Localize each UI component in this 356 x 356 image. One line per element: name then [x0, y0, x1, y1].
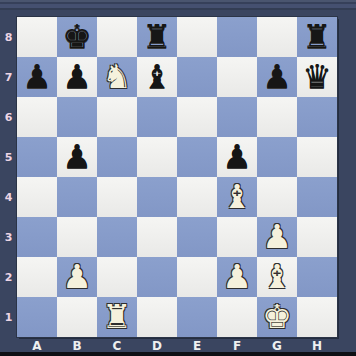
- square-c8[interactable]: [97, 17, 137, 57]
- piece-black-king: ♚: [62, 17, 92, 57]
- square-g2[interactable]: ♝: [257, 257, 297, 297]
- square-d6[interactable]: [137, 97, 177, 137]
- square-d5[interactable]: [137, 137, 177, 177]
- square-c3[interactable]: [97, 217, 137, 257]
- file-label-c: C: [97, 338, 137, 353]
- square-f4[interactable]: ♝: [217, 177, 257, 217]
- square-f6[interactable]: [217, 97, 257, 137]
- square-c6[interactable]: [97, 97, 137, 137]
- square-f8[interactable]: [217, 17, 257, 57]
- square-h2[interactable]: [297, 257, 337, 297]
- square-d3[interactable]: [137, 217, 177, 257]
- square-d1[interactable]: [137, 297, 177, 337]
- file-label-b: B: [57, 338, 97, 353]
- piece-black-pawn: ♟: [62, 57, 92, 97]
- square-a3[interactable]: [17, 217, 57, 257]
- top-bevel-strip: [0, 0, 356, 10]
- rank-label-4: 4: [0, 177, 17, 217]
- square-b5[interactable]: ♟: [57, 137, 97, 177]
- square-c7[interactable]: ♞: [97, 57, 137, 97]
- piece-black-pawn: ♟: [22, 57, 52, 97]
- file-label-e: E: [177, 338, 217, 353]
- piece-white-pawn: ♟: [62, 257, 92, 297]
- square-a4[interactable]: [17, 177, 57, 217]
- square-f3[interactable]: [217, 217, 257, 257]
- board: ♚♜♜♟♟♞♝♟♛♟♟♝♟♟♟♝♜♚: [17, 17, 337, 337]
- square-e2[interactable]: [177, 257, 217, 297]
- square-d7[interactable]: ♝: [137, 57, 177, 97]
- square-b6[interactable]: [57, 97, 97, 137]
- square-h5[interactable]: [297, 137, 337, 177]
- square-e3[interactable]: [177, 217, 217, 257]
- square-h7[interactable]: ♛: [297, 57, 337, 97]
- square-h3[interactable]: [297, 217, 337, 257]
- bottom-edge-strip: [0, 352, 356, 356]
- rank-label-3: 3: [0, 217, 17, 257]
- square-a7[interactable]: ♟: [17, 57, 57, 97]
- square-c4[interactable]: [97, 177, 137, 217]
- piece-black-rook: ♜: [142, 17, 172, 57]
- square-g7[interactable]: ♟: [257, 57, 297, 97]
- piece-black-pawn: ♟: [262, 57, 292, 97]
- square-a1[interactable]: [17, 297, 57, 337]
- piece-black-rook: ♜: [302, 17, 332, 57]
- piece-white-bishop: ♝: [222, 177, 252, 217]
- square-a5[interactable]: [17, 137, 57, 177]
- piece-white-king: ♚: [262, 297, 292, 337]
- square-h6[interactable]: [297, 97, 337, 137]
- square-b3[interactable]: [57, 217, 97, 257]
- piece-black-pawn: ♟: [62, 137, 92, 177]
- rank-label-6: 6: [0, 97, 17, 137]
- rank-label-1: 1: [0, 297, 17, 337]
- file-label-g: G: [257, 338, 297, 353]
- piece-white-pawn: ♟: [262, 217, 292, 257]
- square-g8[interactable]: [257, 17, 297, 57]
- square-b7[interactable]: ♟: [57, 57, 97, 97]
- square-a6[interactable]: [17, 97, 57, 137]
- square-g5[interactable]: [257, 137, 297, 177]
- square-f1[interactable]: [217, 297, 257, 337]
- square-g4[interactable]: [257, 177, 297, 217]
- square-c5[interactable]: [97, 137, 137, 177]
- square-e4[interactable]: [177, 177, 217, 217]
- square-h1[interactable]: [297, 297, 337, 337]
- square-e6[interactable]: [177, 97, 217, 137]
- chess-diagram-frame: 87654321 ♚♜♜♟♟♞♝♟♛♟♟♝♟♟♟♝♜♚ ABCDEFGH: [0, 0, 356, 356]
- piece-black-queen: ♛: [302, 57, 332, 97]
- piece-white-knight: ♞: [102, 57, 132, 97]
- file-labels: ABCDEFGH: [17, 338, 337, 353]
- file-label-d: D: [137, 338, 177, 353]
- square-e7[interactable]: [177, 57, 217, 97]
- square-e1[interactable]: [177, 297, 217, 337]
- square-a8[interactable]: [17, 17, 57, 57]
- rank-label-7: 7: [0, 57, 17, 97]
- square-b1[interactable]: [57, 297, 97, 337]
- square-d2[interactable]: [137, 257, 177, 297]
- square-h8[interactable]: ♜: [297, 17, 337, 57]
- piece-white-bishop: ♝: [262, 257, 292, 297]
- file-label-f: F: [217, 338, 257, 353]
- rank-labels: 87654321: [0, 17, 17, 337]
- square-h4[interactable]: [297, 177, 337, 217]
- square-b8[interactable]: ♚: [57, 17, 97, 57]
- square-f5[interactable]: ♟: [217, 137, 257, 177]
- square-g1[interactable]: ♚: [257, 297, 297, 337]
- piece-white-pawn: ♟: [222, 257, 252, 297]
- square-b4[interactable]: [57, 177, 97, 217]
- piece-black-pawn: ♟: [222, 137, 252, 177]
- rank-label-2: 2: [0, 257, 17, 297]
- file-label-h: H: [297, 338, 337, 353]
- file-label-a: A: [17, 338, 57, 353]
- square-f7[interactable]: [217, 57, 257, 97]
- square-d4[interactable]: [137, 177, 177, 217]
- square-g3[interactable]: ♟: [257, 217, 297, 257]
- square-e8[interactable]: [177, 17, 217, 57]
- square-f2[interactable]: ♟: [217, 257, 257, 297]
- rank-label-8: 8: [0, 17, 17, 57]
- square-c1[interactable]: ♜: [97, 297, 137, 337]
- piece-black-bishop: ♝: [142, 57, 172, 97]
- square-c2[interactable]: [97, 257, 137, 297]
- square-e5[interactable]: [177, 137, 217, 177]
- square-d8[interactable]: ♜: [137, 17, 177, 57]
- rank-label-5: 5: [0, 137, 17, 177]
- square-a2[interactable]: [17, 257, 57, 297]
- piece-white-rook: ♜: [102, 297, 132, 337]
- square-g6[interactable]: [257, 97, 297, 137]
- square-b2[interactable]: ♟: [57, 257, 97, 297]
